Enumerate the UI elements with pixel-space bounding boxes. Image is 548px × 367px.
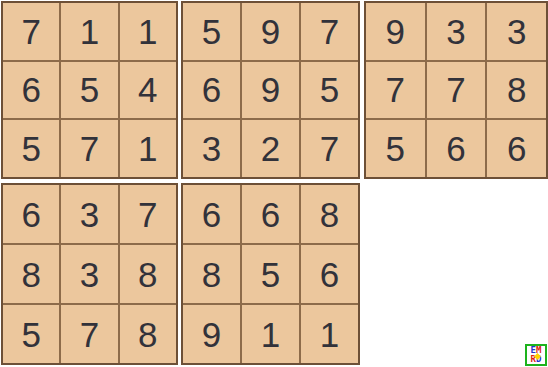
cell-r1c0[interactable]: 6: [183, 62, 240, 119]
cell-r2c0[interactable]: 5: [3, 305, 59, 363]
cell-r1c0[interactable]: 8: [183, 245, 240, 303]
cell-r2c1[interactable]: 2: [242, 120, 299, 177]
cell-r1c1[interactable]: 5: [61, 62, 117, 119]
grid-bottom-middle: 6 6 8 8 5 6 9 1 1: [181, 183, 360, 365]
cell-r2c2[interactable]: 8: [120, 305, 176, 363]
cell-r2c0[interactable]: 9: [183, 305, 240, 363]
cell-r0c0[interactable]: 5: [183, 3, 240, 60]
emrd-logo: EM RD: [525, 344, 547, 366]
cell-r0c0[interactable]: 6: [183, 185, 240, 243]
cell-r0c1[interactable]: 6: [242, 185, 299, 243]
cell-r0c1[interactable]: 3: [61, 185, 117, 243]
cell-r2c1[interactable]: 1: [242, 305, 299, 363]
cell-r0c2[interactable]: 7: [120, 185, 176, 243]
puzzle-screen: 7 1 1 6 5 4 5 7 1 5 9 7 6 9 5 3 2 7 9 3 …: [0, 0, 548, 367]
cell-r1c2[interactable]: 6: [301, 245, 358, 303]
cell-r2c2[interactable]: 1: [301, 305, 358, 363]
grid-bottom-left: 6 3 7 8 3 8 5 7 8: [1, 183, 178, 365]
grid-top-middle: 5 9 7 6 9 5 3 2 7: [181, 1, 360, 179]
cell-r0c2[interactable]: 7: [301, 3, 358, 60]
cell-r0c2[interactable]: 3: [487, 3, 546, 60]
grid-top-left: 7 1 1 6 5 4 5 7 1: [1, 1, 178, 179]
cell-r0c0[interactable]: 7: [3, 3, 59, 60]
cell-r2c0[interactable]: 5: [366, 120, 425, 177]
cell-r1c1[interactable]: 7: [427, 62, 486, 119]
logo-letter-d: D: [536, 354, 541, 364]
logo-row-2: RD: [527, 355, 545, 364]
cell-r0c1[interactable]: 3: [427, 3, 486, 60]
cell-r2c2[interactable]: 1: [120, 120, 176, 177]
cell-r0c0[interactable]: 6: [3, 185, 59, 243]
cell-r0c0[interactable]: 9: [366, 3, 425, 60]
cell-r2c2[interactable]: 6: [487, 120, 546, 177]
cell-r1c1[interactable]: 9: [242, 62, 299, 119]
cell-r0c2[interactable]: 8: [301, 185, 358, 243]
cell-r1c2[interactable]: 8: [120, 245, 176, 303]
cell-r1c2[interactable]: 8: [487, 62, 546, 119]
cell-r2c0[interactable]: 3: [183, 120, 240, 177]
cell-r1c1[interactable]: 5: [242, 245, 299, 303]
cell-r2c0[interactable]: 5: [3, 120, 59, 177]
cell-r0c1[interactable]: 9: [242, 3, 299, 60]
cell-r2c2[interactable]: 7: [301, 120, 358, 177]
cell-r0c1[interactable]: 1: [61, 3, 117, 60]
cell-r1c1[interactable]: 3: [61, 245, 117, 303]
cell-r2c1[interactable]: 7: [61, 305, 117, 363]
cell-r2c1[interactable]: 7: [61, 120, 117, 177]
cell-r2c1[interactable]: 6: [427, 120, 486, 177]
cell-r1c0[interactable]: 6: [3, 62, 59, 119]
cell-r0c2[interactable]: 1: [120, 3, 176, 60]
cell-r1c0[interactable]: 8: [3, 245, 59, 303]
cell-r1c2[interactable]: 4: [120, 62, 176, 119]
cell-r1c0[interactable]: 7: [366, 62, 425, 119]
grid-top-right: 9 3 3 7 7 8 5 6 6: [364, 1, 548, 179]
cell-r1c2[interactable]: 5: [301, 62, 358, 119]
